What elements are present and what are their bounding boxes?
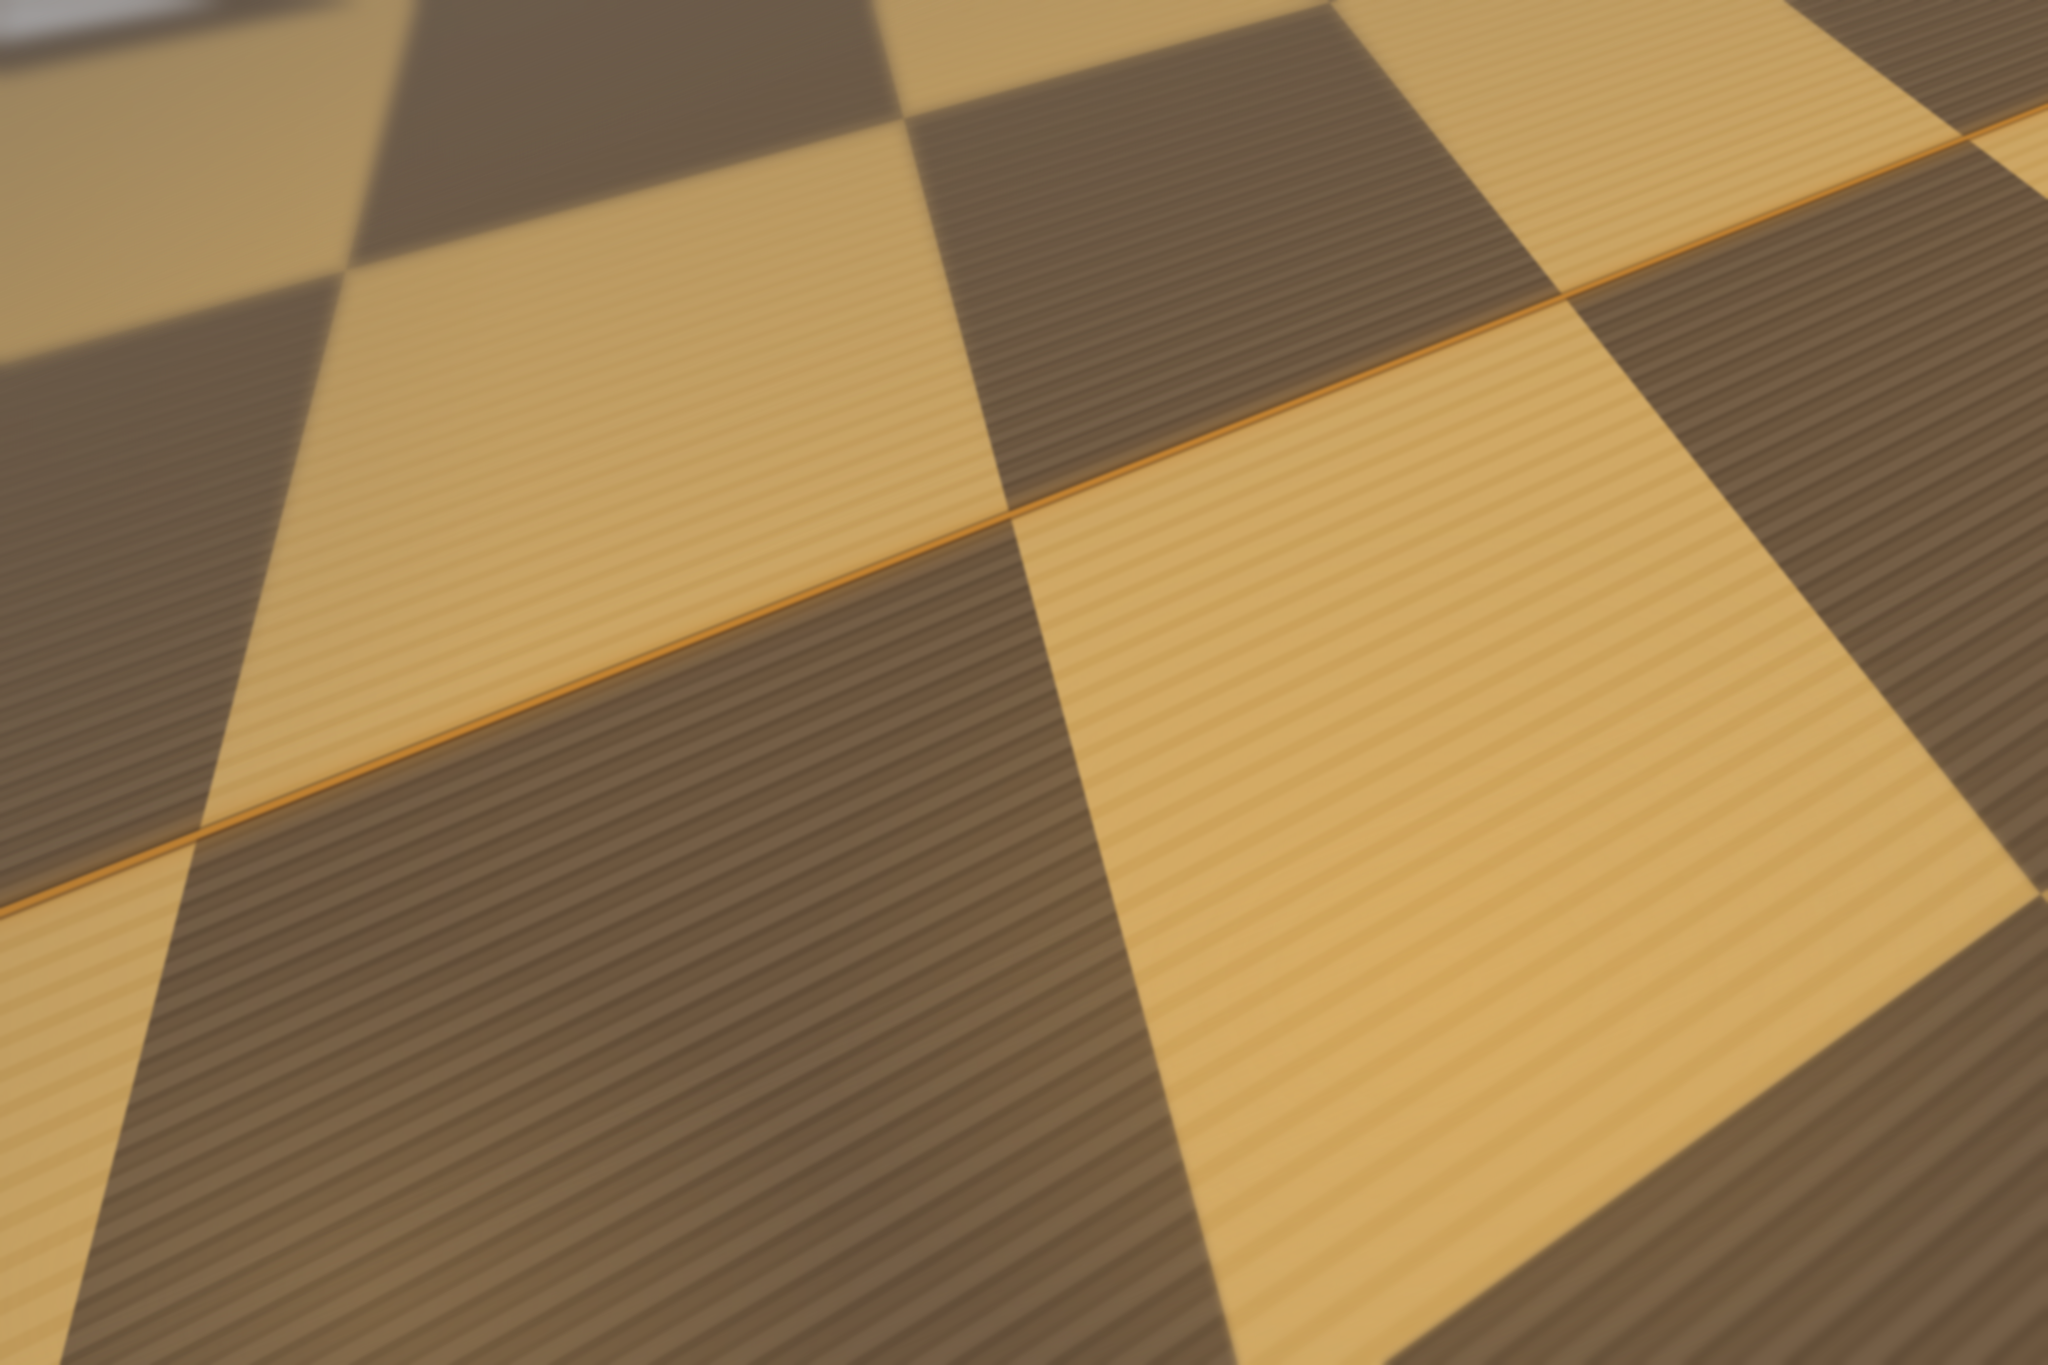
chessboard-photo <box>0 0 2048 1365</box>
chessboard <box>0 0 2048 1365</box>
board-scene <box>0 0 2048 1365</box>
board-grid <box>0 0 2048 1365</box>
